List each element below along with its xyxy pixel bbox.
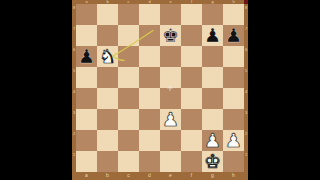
square-f7[interactable] (181, 25, 202, 46)
file-label-e: e (160, 172, 181, 180)
square-b2[interactable] (97, 130, 118, 151)
square-g8[interactable] (202, 4, 223, 25)
square-a5[interactable] (76, 67, 97, 88)
rank-label-3: 3 (244, 109, 248, 130)
square-g4[interactable] (202, 88, 223, 109)
square-e1[interactable] (160, 151, 181, 172)
square-e6[interactable] (160, 46, 181, 67)
square-c7[interactable] (118, 25, 139, 46)
square-d6[interactable] (139, 46, 160, 67)
corner-artifact-dot (244, 0, 248, 4)
square-f1[interactable] (181, 151, 202, 172)
square-d1[interactable] (139, 151, 160, 172)
square-e8[interactable] (160, 4, 181, 25)
square-d7[interactable] (139, 25, 160, 46)
square-h8[interactable] (223, 4, 244, 25)
square-c1[interactable] (118, 151, 139, 172)
square-b8[interactable] (97, 4, 118, 25)
rank-label-6: 6 (244, 46, 248, 67)
square-f5[interactable] (181, 67, 202, 88)
square-b7[interactable] (97, 25, 118, 46)
square-f3[interactable] (181, 109, 202, 130)
square-b1[interactable] (97, 151, 118, 172)
file-label-b: b (97, 172, 118, 180)
square-d5[interactable] (139, 67, 160, 88)
rank-label-1: 1 (244, 151, 248, 172)
square-c2[interactable] (118, 130, 139, 151)
square-a3[interactable] (76, 109, 97, 130)
square-h3[interactable] (223, 109, 244, 130)
square-d8[interactable] (139, 4, 160, 25)
square-d3[interactable] (139, 109, 160, 130)
square-c6[interactable] (118, 46, 139, 67)
square-e2[interactable] (160, 130, 181, 151)
square-e5[interactable] (160, 67, 181, 88)
square-e4[interactable] (160, 88, 181, 109)
square-f6[interactable] (181, 46, 202, 67)
piece-white-pawn-h2[interactable]: ♟ (223, 130, 244, 151)
file-labels-bottom: abcdefgh (76, 172, 244, 180)
piece-black-pawn-h7[interactable]: ♟ (223, 25, 244, 46)
square-b5[interactable] (97, 67, 118, 88)
rank-label-2: 2 (244, 130, 248, 151)
square-a7[interactable] (76, 25, 97, 46)
square-c5[interactable] (118, 67, 139, 88)
square-d4[interactable] (139, 88, 160, 109)
square-a2[interactable] (76, 130, 97, 151)
file-label-d: d (139, 172, 160, 180)
rank-labels-right: 87654321 (244, 4, 248, 172)
piece-black-king-e7[interactable]: ♚ (160, 25, 181, 46)
rank-label-7: 7 (244, 25, 248, 46)
square-b3[interactable] (97, 109, 118, 130)
square-g5[interactable] (202, 67, 223, 88)
piece-black-pawn-g7[interactable]: ♟ (202, 25, 223, 46)
piece-white-knight-b6[interactable]: ♞ (97, 46, 118, 67)
square-f4[interactable] (181, 88, 202, 109)
rank-label-8: 8 (244, 4, 248, 25)
square-g6[interactable] (202, 46, 223, 67)
file-label-c: c (118, 172, 139, 180)
square-c3[interactable] (118, 109, 139, 130)
piece-white-king-g1[interactable]: ♚ (202, 151, 223, 172)
file-label-a: a (76, 172, 97, 180)
file-label-h: h (223, 172, 244, 180)
file-label-f: f (181, 172, 202, 180)
square-g3[interactable] (202, 109, 223, 130)
square-d2[interactable] (139, 130, 160, 151)
square-c8[interactable] (118, 4, 139, 25)
file-label-g: g (202, 172, 223, 180)
chess-board: abcdefgh abcdefgh 87654321 87654321 ♚♟♟♟… (72, 0, 248, 180)
rank-label-5: 5 (244, 67, 248, 88)
square-f2[interactable] (181, 130, 202, 151)
square-h4[interactable] (223, 88, 244, 109)
square-a1[interactable] (76, 151, 97, 172)
square-h1[interactable] (223, 151, 244, 172)
square-a4[interactable] (76, 88, 97, 109)
square-f8[interactable] (181, 4, 202, 25)
square-h5[interactable] (223, 67, 244, 88)
piece-white-pawn-e3[interactable]: ♟ (160, 109, 181, 130)
video-frame: abcdefgh abcdefgh 87654321 87654321 ♚♟♟♟… (0, 0, 320, 180)
rank-label-4: 4 (244, 88, 248, 109)
square-b4[interactable] (97, 88, 118, 109)
square-a8[interactable] (76, 4, 97, 25)
square-c4[interactable] (118, 88, 139, 109)
piece-black-pawn-a6[interactable]: ♟ (76, 46, 97, 67)
piece-white-pawn-g2[interactable]: ♟ (202, 130, 223, 151)
square-h6[interactable] (223, 46, 244, 67)
